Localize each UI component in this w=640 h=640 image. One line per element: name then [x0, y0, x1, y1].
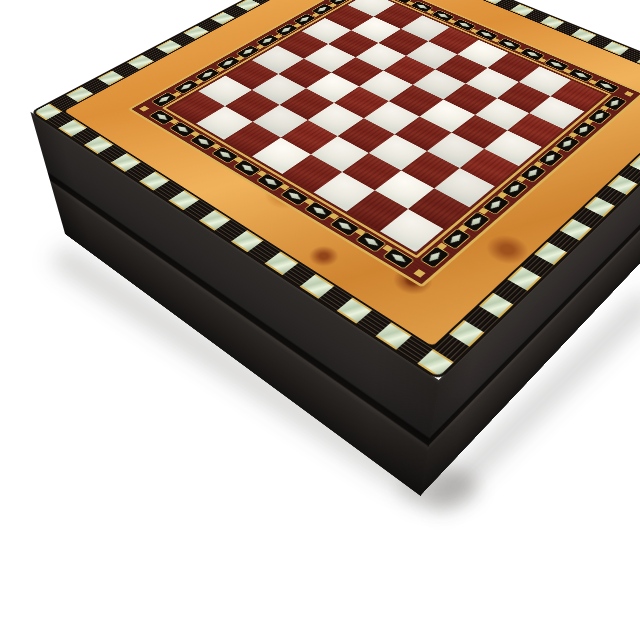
- pearl-diamond-gem: [298, 16, 312, 23]
- pearl-diamond-gem: [333, 0, 346, 3]
- pearl-diamond-gem: [336, 220, 355, 232]
- pearl-diamond-gem: [196, 137, 212, 147]
- pearl-diamond-gem: [592, 111, 606, 121]
- pearl-diamond-gem: [576, 125, 591, 135]
- pearl-diamond-gem: [175, 124, 191, 134]
- pearl-diamond-gem: [487, 199, 503, 211]
- pearl-diamond-gem: [315, 6, 328, 13]
- pearl-diamond-gem: [395, 0, 409, 1]
- pearl-diamond-gem: [279, 26, 293, 34]
- pearl-diamond-gem: [608, 98, 622, 107]
- pearl-diamond-gem: [543, 153, 558, 164]
- pearl-diamond-gem: [502, 40, 517, 48]
- pearl-diamond-gem: [573, 71, 589, 79]
- pearl-diamond-gem: [549, 60, 565, 68]
- pearl-diamond-gem: [506, 183, 522, 194]
- pearl-diamond-gem: [239, 163, 256, 173]
- pearl-diamond-gem: [362, 236, 381, 248]
- pearl-diamond-gem: [262, 176, 279, 187]
- gold-inlay-square: [437, 242, 447, 249]
- gold-inlay-square: [355, 229, 365, 236]
- pearl-diamond-gem: [479, 31, 494, 38]
- scene: [0, 0, 640, 640]
- diamond-inlay: [355, 231, 387, 252]
- pearl-diamond-gem: [426, 250, 444, 263]
- gold-inlay-square: [458, 225, 468, 232]
- gold-inlay-square: [478, 208, 488, 215]
- strip-cell-ebony: [572, 207, 604, 228]
- pearl-diamond-gem: [415, 3, 429, 10]
- pearl-diamond-gem: [560, 138, 575, 148]
- pearl-diamond-gem: [457, 21, 472, 28]
- strip-cell-ebony: [547, 230, 579, 252]
- diamond-inlay: [329, 216, 361, 237]
- pearl-diamond-gem: [436, 12, 451, 19]
- strip-cell-green-pearl: [560, 219, 592, 241]
- pearl-diamond-gem: [447, 232, 464, 245]
- product-photo-stage: [0, 0, 640, 640]
- diamond-inlay: [441, 228, 471, 250]
- pearl-diamond-gem: [221, 59, 236, 67]
- gold-inlay-square: [382, 244, 392, 251]
- pearl-diamond-gem: [260, 37, 274, 45]
- pearl-diamond-gem: [241, 48, 256, 56]
- pearl-diamond-gem: [200, 70, 215, 79]
- pearl-diamond-gem: [310, 205, 328, 217]
- pearl-diamond-gem: [468, 215, 485, 227]
- pearl-diamond-gem: [217, 150, 234, 160]
- pearl-diamond-gem: [525, 50, 541, 58]
- diamond-inlay: [382, 247, 415, 269]
- gold-corner-square: [413, 269, 425, 278]
- gold-inlay-square: [329, 213, 339, 220]
- pearl-diamond-gem: [598, 82, 615, 91]
- pearl-diamond-gem: [286, 190, 304, 201]
- diamond-inlay: [461, 211, 491, 232]
- pearl-diamond-gem: [525, 168, 541, 179]
- pearl-diamond-gem: [389, 252, 408, 265]
- diamond-inlay: [419, 246, 450, 269]
- pearl-diamond-gem: [154, 112, 170, 121]
- pearl-diamond-gem: [178, 82, 194, 91]
- pearl-diamond-gem: [156, 95, 172, 104]
- square-h1[interactable]: [380, 209, 443, 252]
